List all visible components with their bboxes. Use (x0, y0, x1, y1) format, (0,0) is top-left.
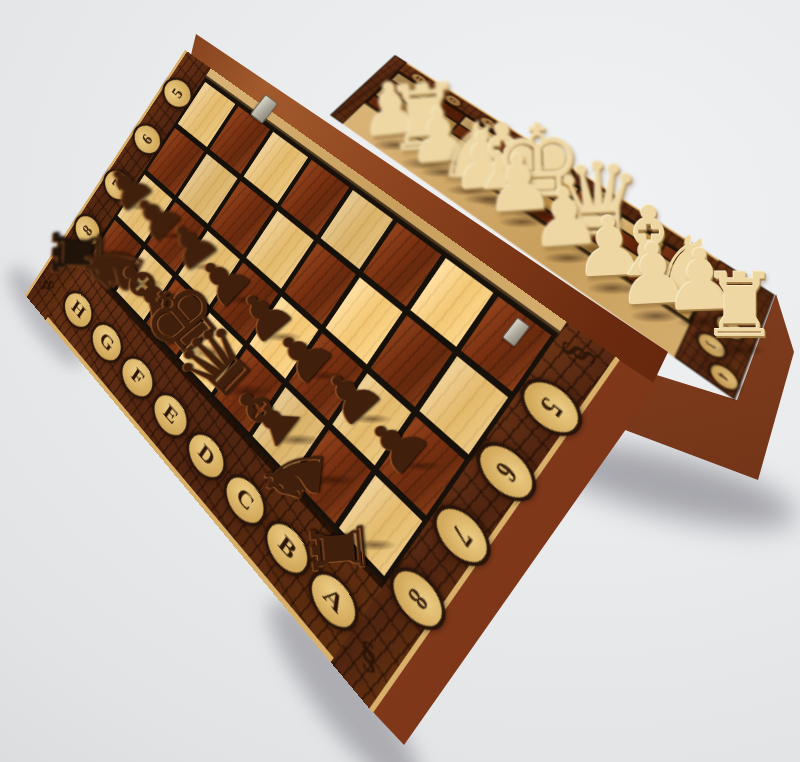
piece-white-rook-a1[interactable]: ♜ (696, 262, 784, 350)
chess-set-photo: HGFEDCBA1234 HGFEDCBA56785678§§§ ♟♟♟♟♟♟♟… (0, 0, 800, 762)
piece-black-knight-b8[interactable]: ♞ (252, 434, 336, 518)
box-shadow (537, 424, 800, 545)
piece-black-rook-a8[interactable]: ♜ (300, 509, 378, 587)
